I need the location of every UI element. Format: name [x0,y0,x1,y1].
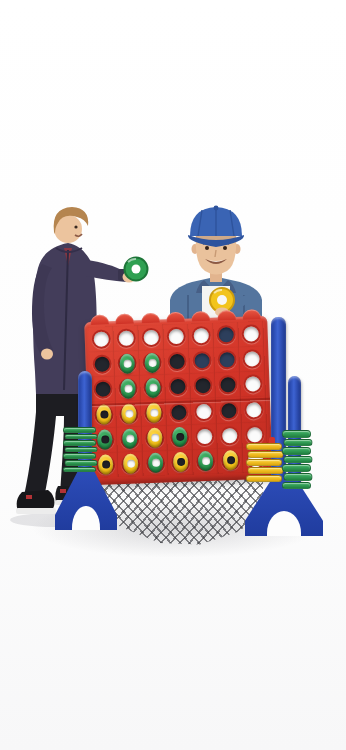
board-cell-r2c7 [239,346,265,372]
empty-hole [193,376,213,396]
board-cell-r3c1 [90,377,116,403]
person-right-eye-left [205,246,209,250]
empty-hole [219,400,239,420]
green-spare-disc [63,427,96,433]
board-cell-r1c4 [163,324,189,350]
left-green-disc-stack [63,427,96,473]
green-disc [146,453,166,473]
green-disc [120,429,140,449]
board-bump [191,311,210,322]
board-cell-r3c7 [240,371,266,397]
board-cell-r6c4 [168,449,194,475]
empty-hole [241,324,261,344]
green-spare-disc [65,460,98,466]
left-foot-arch [72,506,99,530]
empty-hole [91,329,111,349]
empty-hole [194,401,214,421]
empty-hole [169,402,189,422]
green-disc [118,379,138,399]
empty-hole [166,327,186,347]
right-foot-arch [267,511,301,536]
board-cell-r1c7 [238,321,264,347]
board-cell-r2c2 [114,350,140,376]
person-left-eye [74,225,77,228]
board-cell-r4c2 [116,401,142,427]
board-cell-r4c4 [166,399,192,425]
green-spare-disc [282,447,311,455]
person-right-nose [215,250,216,257]
green-disc [196,452,216,472]
green-spare-disc [282,482,311,490]
board-cell-r5c5 [192,423,218,449]
cap-button [214,206,219,211]
right-yellow-disc-stack [246,443,282,483]
board-bump [141,313,160,324]
board-cell-r4c7 [241,396,267,422]
green-spare-disc [63,453,96,459]
green-spare-disc [65,434,98,440]
green-disc [170,427,190,447]
right-green-disc-stack [282,430,311,490]
board-cell-r2c1 [89,351,115,377]
yellow-disc [145,428,165,448]
board-cell-r2c3 [139,350,165,376]
empty-hole [116,329,136,349]
yellow-spare-disc [246,443,282,450]
empty-hole [220,426,240,446]
board-cell-r3c6 [215,372,241,398]
board-cell-r3c3 [140,375,166,401]
board-cell-r1c2 [113,325,139,351]
connect-four-board [84,316,273,485]
empty-hole [217,350,237,370]
empty-hole [93,380,113,400]
empty-hole [167,352,187,372]
empty-hole [243,374,263,394]
yellow-disc [94,405,114,425]
yellow-disc [119,404,139,424]
board-cell-r5c2 [117,426,143,452]
green-disc [117,354,137,374]
yellow-disc [96,455,116,475]
yellow-disc [171,453,191,473]
board-cell-r6c3 [143,450,169,476]
yellow-disc [121,454,141,474]
green-spare-disc [63,467,96,473]
board-cell-r3c4 [165,374,191,400]
board-bump [115,313,134,324]
green-spare-disc [284,456,313,464]
board-cell-r1c1 [88,326,114,352]
yellow-disc [221,451,241,471]
board-cell-r2c5 [189,348,215,374]
empty-hole [168,377,188,397]
board-cell-r4c1 [91,402,117,428]
green-disc [143,378,163,398]
board-cell-r4c6 [216,397,242,423]
board-cell-r1c3 [138,324,164,350]
yellow-spare-disc [248,467,284,474]
green-disc [95,430,115,450]
person-left-hand-left [41,349,53,360]
empty-hole [191,326,211,346]
yellow-spare-disc [246,475,282,482]
empty-hole [242,349,262,369]
yellow-spare-disc [246,459,282,466]
person-right-eye-right [223,246,227,250]
board-cell-r4c3 [141,400,167,426]
green-disc [142,353,162,373]
board-bump [242,309,261,320]
empty-hole [218,375,238,395]
empty-hole [244,400,264,420]
green-spare-disc [63,440,96,446]
yellow-disc [144,403,164,423]
held-green-disc [125,258,148,281]
board-cell-r5c3 [142,425,168,451]
board-cell-r6c6 [218,448,244,474]
board-cell-r2c6 [214,347,240,373]
empty-hole [92,355,112,375]
board-cell-r6c5 [193,448,219,474]
empty-hole [195,427,215,447]
yellow-spare-disc [248,451,284,458]
board-cell-r1c6 [213,322,239,348]
empty-hole [192,351,212,371]
green-spare-disc [65,447,98,453]
board-cell-r5c4 [167,424,193,450]
board-cell-r2c4 [164,349,190,375]
empty-hole [141,328,161,348]
board-bump [166,312,185,323]
green-spare-disc [282,430,311,438]
board-cell-r6c2 [118,451,144,477]
empty-hole [245,425,265,445]
board-bump [216,310,235,321]
green-spare-disc [284,439,313,447]
board-cell-r4c5 [191,398,217,424]
green-spare-disc [284,473,313,481]
photo-background [0,0,346,750]
board-cell-r5c6 [217,422,243,448]
board-cell-r1c5 [188,323,214,349]
board-cell-r3c2 [115,376,141,402]
board-bump [90,314,109,325]
board-cell-r3c5 [190,373,216,399]
green-spare-disc [282,464,311,472]
empty-hole [216,325,236,345]
